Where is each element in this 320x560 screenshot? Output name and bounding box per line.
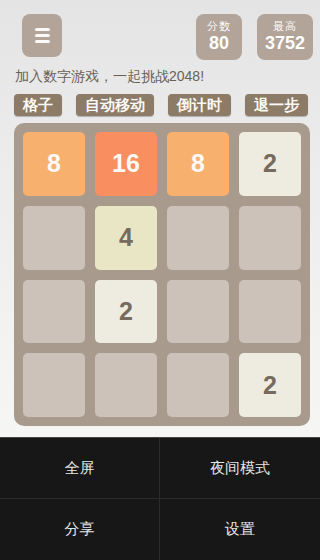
score-value: 80 (209, 33, 229, 54)
empty-cell (23, 206, 85, 270)
empty-cell (167, 353, 229, 417)
empty-cell (167, 280, 229, 344)
best-value: 3752 (265, 33, 305, 54)
empty-cell (239, 280, 301, 344)
empty-cell (167, 206, 229, 270)
tile-2: 2 (95, 280, 157, 344)
tile-8: 8 (23, 132, 85, 196)
tile-2: 2 (239, 132, 301, 196)
menu-item-settings[interactable]: 设置 (160, 499, 320, 560)
empty-cell (95, 353, 157, 417)
tile-16: 16 (95, 132, 157, 196)
best-score-box: 最高 3752 (257, 14, 313, 60)
best-label: 最高 (273, 20, 297, 33)
empty-cell (239, 206, 301, 270)
empty-cell (23, 353, 85, 417)
app-screen: 分数 80 最高 3752 加入数字游戏，一起挑战2048! 格子 自动移动 倒… (0, 0, 320, 560)
tagline-text: 加入数字游戏，一起挑战2048! (15, 66, 320, 86)
menu-item-fullscreen[interactable]: 全屏 (0, 438, 160, 499)
header: 分数 80 最高 3752 (0, 0, 320, 60)
score-boxes: 分数 80 最高 3752 (196, 14, 313, 60)
empty-cell (23, 280, 85, 344)
menu-item-share[interactable]: 分享 (0, 499, 160, 560)
tile-2: 2 (239, 353, 301, 417)
toolbar: 格子 自动移动 倒计时 退一步 (14, 94, 308, 116)
countdown-button[interactable]: 倒计时 (168, 94, 231, 116)
undo-button[interactable]: 退一步 (245, 94, 308, 116)
auto-move-button[interactable]: 自动移动 (76, 94, 154, 116)
grid-button[interactable]: 格子 (14, 94, 62, 116)
tile-4: 4 (95, 206, 157, 270)
hamburger-icon (35, 28, 50, 31)
bottom-menu: 全屏 夜间模式 分享 设置 (0, 437, 320, 560)
tile-8: 8 (167, 132, 229, 196)
board[interactable]: 81682422 (14, 123, 310, 426)
score-box: 分数 80 (196, 14, 242, 60)
menu-item-night-mode[interactable]: 夜间模式 (160, 438, 320, 499)
score-label: 分数 (207, 20, 231, 33)
menu-button[interactable] (22, 14, 62, 57)
